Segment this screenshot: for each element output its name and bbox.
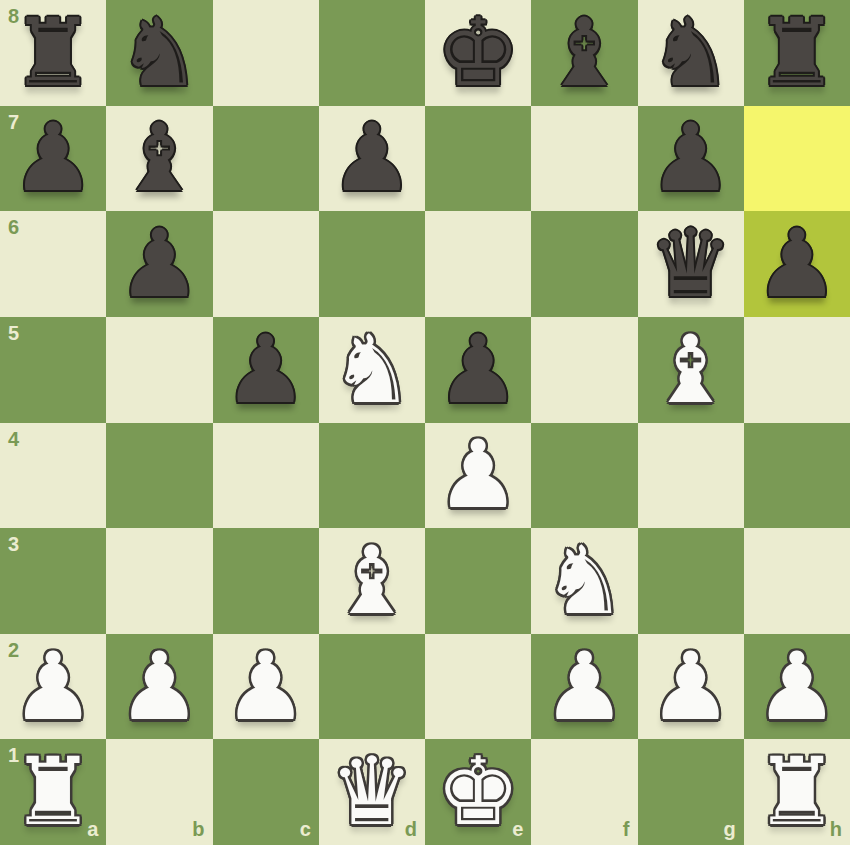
- square-e6[interactable]: [425, 211, 531, 317]
- square-a5[interactable]: 5: [0, 317, 106, 423]
- piece-white-knight-f3[interactable]: ♞: [531, 528, 637, 634]
- square-f3[interactable]: ♞: [531, 528, 637, 634]
- piece-white-pawn-c2[interactable]: ♟: [213, 634, 319, 740]
- square-c6[interactable]: [213, 211, 319, 317]
- square-d2[interactable]: [319, 634, 425, 740]
- square-c1[interactable]: c: [213, 739, 319, 845]
- square-b8[interactable]: ♞: [106, 0, 212, 106]
- square-d1[interactable]: d♛: [319, 739, 425, 845]
- square-e8[interactable]: ♚: [425, 0, 531, 106]
- square-a2[interactable]: 2♟: [0, 634, 106, 740]
- piece-white-pawn-e4[interactable]: ♟: [425, 423, 531, 529]
- rank-label-6: 6: [8, 216, 19, 239]
- piece-white-rook-a1[interactable]: ♜: [0, 739, 106, 845]
- piece-black-pawn-b6[interactable]: ♟: [106, 211, 212, 317]
- square-h2[interactable]: ♟: [744, 634, 850, 740]
- file-label-c: c: [300, 818, 311, 841]
- square-g1[interactable]: g: [638, 739, 744, 845]
- square-b5[interactable]: [106, 317, 212, 423]
- piece-white-pawn-b2[interactable]: ♟: [106, 634, 212, 740]
- square-g5[interactable]: ♝: [638, 317, 744, 423]
- square-f1[interactable]: f: [531, 739, 637, 845]
- square-h6[interactable]: ♟: [744, 211, 850, 317]
- square-f7[interactable]: [531, 106, 637, 212]
- square-h8[interactable]: ♜: [744, 0, 850, 106]
- square-b2[interactable]: ♟: [106, 634, 212, 740]
- piece-black-pawn-a7[interactable]: ♟: [0, 106, 106, 212]
- piece-black-rook-a8[interactable]: ♜: [0, 0, 106, 106]
- square-h7[interactable]: [744, 106, 850, 212]
- piece-white-pawn-h2[interactable]: ♟: [744, 634, 850, 740]
- file-label-f: f: [623, 818, 630, 841]
- square-c7[interactable]: [213, 106, 319, 212]
- piece-black-rook-h8[interactable]: ♜: [744, 0, 850, 106]
- piece-black-bishop-f8[interactable]: ♝: [531, 0, 637, 106]
- piece-black-pawn-h6[interactable]: ♟: [744, 211, 850, 317]
- square-d6[interactable]: [319, 211, 425, 317]
- square-e7[interactable]: [425, 106, 531, 212]
- square-e4[interactable]: ♟: [425, 423, 531, 529]
- square-b6[interactable]: ♟: [106, 211, 212, 317]
- square-a4[interactable]: 4: [0, 423, 106, 529]
- square-g6[interactable]: ♛: [638, 211, 744, 317]
- square-e1[interactable]: e♚: [425, 739, 531, 845]
- square-g7[interactable]: ♟: [638, 106, 744, 212]
- square-c2[interactable]: ♟: [213, 634, 319, 740]
- square-d5[interactable]: ♞: [319, 317, 425, 423]
- square-f4[interactable]: [531, 423, 637, 529]
- square-g4[interactable]: [638, 423, 744, 529]
- square-c5[interactable]: ♟: [213, 317, 319, 423]
- piece-white-pawn-g2[interactable]: ♟: [638, 634, 744, 740]
- piece-white-rook-h1[interactable]: ♜: [744, 739, 850, 845]
- square-g3[interactable]: [638, 528, 744, 634]
- square-b1[interactable]: b: [106, 739, 212, 845]
- piece-white-bishop-d3[interactable]: ♝: [319, 528, 425, 634]
- piece-black-knight-g8[interactable]: ♞: [638, 0, 744, 106]
- square-a3[interactable]: 3: [0, 528, 106, 634]
- piece-white-queen-d1[interactable]: ♛: [319, 739, 425, 845]
- square-d4[interactable]: [319, 423, 425, 529]
- piece-white-pawn-f2[interactable]: ♟: [531, 634, 637, 740]
- square-h4[interactable]: [744, 423, 850, 529]
- square-f5[interactable]: [531, 317, 637, 423]
- square-d7[interactable]: ♟: [319, 106, 425, 212]
- piece-black-queen-g6[interactable]: ♛: [638, 211, 744, 317]
- piece-black-pawn-g7[interactable]: ♟: [638, 106, 744, 212]
- square-e2[interactable]: [425, 634, 531, 740]
- square-a1[interactable]: 1a♜: [0, 739, 106, 845]
- square-d3[interactable]: ♝: [319, 528, 425, 634]
- piece-white-king-e1[interactable]: ♚: [425, 739, 531, 845]
- square-h5[interactable]: [744, 317, 850, 423]
- square-b7[interactable]: ♝: [106, 106, 212, 212]
- square-a6[interactable]: 6: [0, 211, 106, 317]
- piece-black-king-e8[interactable]: ♚: [425, 0, 531, 106]
- file-label-g: g: [724, 818, 736, 841]
- square-g2[interactable]: ♟: [638, 634, 744, 740]
- piece-black-pawn-e5[interactable]: ♟: [425, 317, 531, 423]
- square-b3[interactable]: [106, 528, 212, 634]
- square-c8[interactable]: [213, 0, 319, 106]
- square-c3[interactable]: [213, 528, 319, 634]
- square-h1[interactable]: h♜: [744, 739, 850, 845]
- piece-black-knight-b8[interactable]: ♞: [106, 0, 212, 106]
- square-f2[interactable]: ♟: [531, 634, 637, 740]
- square-e3[interactable]: [425, 528, 531, 634]
- square-h3[interactable]: [744, 528, 850, 634]
- square-a8[interactable]: 8♜: [0, 0, 106, 106]
- square-f6[interactable]: [531, 211, 637, 317]
- square-e5[interactable]: ♟: [425, 317, 531, 423]
- square-a7[interactable]: 7♟: [0, 106, 106, 212]
- rank-label-3: 3: [8, 533, 19, 556]
- piece-black-bishop-b7[interactable]: ♝: [106, 106, 212, 212]
- square-f8[interactable]: ♝: [531, 0, 637, 106]
- piece-white-pawn-a2[interactable]: ♟: [0, 634, 106, 740]
- rank-label-4: 4: [8, 428, 19, 451]
- piece-white-bishop-g5[interactable]: ♝: [638, 317, 744, 423]
- piece-black-pawn-c5[interactable]: ♟: [213, 317, 319, 423]
- piece-black-pawn-d7[interactable]: ♟: [319, 106, 425, 212]
- chess-board: 8♜♞♚♝♞♜7♟♝♟♟6♟♛♟5♟♞♟♝4♟3♝♞2♟♟♟♟♟♟1a♜bcd♛…: [0, 0, 850, 845]
- file-label-b: b: [192, 818, 204, 841]
- square-g8[interactable]: ♞: [638, 0, 744, 106]
- square-b4[interactable]: [106, 423, 212, 529]
- rank-label-5: 5: [8, 322, 19, 345]
- square-d8[interactable]: [319, 0, 425, 106]
- piece-white-knight-d5[interactable]: ♞: [319, 317, 425, 423]
- square-c4[interactable]: [213, 423, 319, 529]
